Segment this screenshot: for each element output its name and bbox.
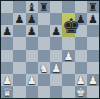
square-g2[interactable]: ♟	[75, 74, 87, 86]
square-f7[interactable]	[62, 13, 74, 25]
square-g3[interactable]	[75, 62, 87, 74]
chess-board-window: ♝♜♜♟♟♟♟♟♟♟♚♟♞♟♟♟♟♟♛♚	[0, 0, 100, 99]
square-e2[interactable]	[50, 74, 62, 86]
square-g4[interactable]	[75, 50, 87, 62]
square-e3[interactable]: ♟	[50, 62, 62, 74]
square-h2[interactable]: ♟	[87, 74, 99, 86]
square-d5[interactable]	[38, 37, 50, 49]
square-d2[interactable]	[38, 74, 50, 86]
chess-board: ♝♜♜♟♟♟♟♟♟♟♚♟♞♟♟♟♟♟♛♚	[1, 1, 99, 98]
square-h5[interactable]	[87, 37, 99, 49]
square-c6[interactable]: ♟	[26, 25, 38, 37]
square-e4[interactable]	[50, 50, 62, 62]
square-g5[interactable]	[75, 37, 87, 49]
square-c7[interactable]: ♟	[26, 13, 38, 25]
square-a7[interactable]	[1, 13, 13, 25]
square-b5[interactable]	[13, 37, 25, 49]
square-h4[interactable]	[87, 50, 99, 62]
square-b4[interactable]	[13, 50, 25, 62]
square-b6[interactable]	[13, 25, 25, 37]
square-h1[interactable]	[87, 86, 99, 98]
square-e8[interactable]	[50, 1, 62, 13]
square-d8[interactable]: ♜	[38, 1, 50, 13]
square-e7[interactable]	[50, 13, 62, 25]
square-b7[interactable]: ♟	[13, 13, 25, 25]
square-g6[interactable]	[75, 25, 87, 37]
square-c8[interactable]: ♝	[26, 1, 38, 13]
white-queen-a1[interactable]: ♛	[1, 87, 13, 99]
square-a4[interactable]	[1, 50, 13, 62]
square-f3[interactable]	[62, 62, 74, 74]
square-a1[interactable]: ♛	[1, 86, 13, 98]
square-b2[interactable]	[13, 74, 25, 86]
square-e5[interactable]	[50, 37, 62, 49]
square-a8[interactable]	[1, 1, 13, 13]
square-c3[interactable]	[26, 62, 38, 74]
square-a3[interactable]	[1, 62, 13, 74]
square-f8[interactable]	[62, 1, 74, 13]
square-d7[interactable]	[38, 13, 50, 25]
square-c4[interactable]	[26, 50, 38, 62]
square-b1[interactable]	[13, 86, 25, 98]
square-a5[interactable]	[1, 37, 13, 49]
square-e1[interactable]	[50, 86, 62, 98]
square-g7[interactable]: ♟	[75, 13, 87, 25]
square-f6[interactable]: ♚	[62, 25, 74, 37]
square-h7[interactable]: ♟	[87, 13, 99, 25]
square-h8[interactable]: ♜	[87, 1, 99, 13]
square-e6[interactable]: ♟	[50, 25, 62, 37]
white-king-g1[interactable]: ♚	[75, 87, 87, 99]
square-a6[interactable]: ♟	[1, 25, 13, 37]
square-d4[interactable]	[38, 50, 50, 62]
square-f2[interactable]	[62, 74, 74, 86]
square-a2[interactable]: ♟	[1, 74, 13, 86]
square-b3[interactable]	[13, 62, 25, 74]
square-c1[interactable]	[26, 86, 38, 98]
square-d6[interactable]	[38, 25, 50, 37]
square-h3[interactable]	[87, 62, 99, 74]
square-d3[interactable]: ♞	[38, 62, 50, 74]
square-c5[interactable]	[26, 37, 38, 49]
square-g1[interactable]: ♚	[75, 86, 87, 98]
square-g8[interactable]	[75, 1, 87, 13]
square-f4[interactable]: ♟	[62, 50, 74, 62]
square-c2[interactable]: ♟	[26, 74, 38, 86]
square-f1[interactable]	[62, 86, 74, 98]
square-f5[interactable]	[62, 37, 74, 49]
square-h6[interactable]	[87, 25, 99, 37]
square-d1[interactable]	[38, 86, 50, 98]
square-b8[interactable]	[13, 1, 25, 13]
